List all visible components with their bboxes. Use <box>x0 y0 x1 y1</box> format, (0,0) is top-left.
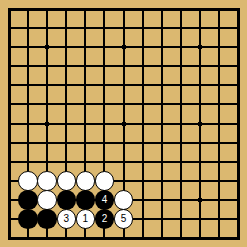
star-point <box>198 45 202 49</box>
move-number-label: 1 <box>83 214 89 224</box>
white-stone <box>37 190 57 210</box>
star-point <box>122 45 126 49</box>
black-stone: 2 <box>95 209 115 229</box>
white-stone <box>18 171 38 191</box>
white-stone <box>114 190 134 210</box>
star-point <box>198 122 202 126</box>
black-stone <box>76 190 96 210</box>
black-stone: 4 <box>95 190 115 210</box>
grid-line-vertical <box>218 9 220 238</box>
white-stone <box>76 171 96 191</box>
black-stone <box>18 209 38 229</box>
move-number-label: 3 <box>63 214 69 224</box>
grid-line-vertical <box>180 9 182 238</box>
white-stone <box>57 171 77 191</box>
white-stone: 3 <box>57 209 77 229</box>
white-stone <box>37 171 57 191</box>
black-stone <box>18 190 38 210</box>
star-point <box>45 122 49 126</box>
white-stone: 5 <box>114 209 134 229</box>
black-stone <box>57 190 77 210</box>
go-board-diagram: 43125 <box>0 0 247 247</box>
move-number-label: 5 <box>121 214 127 224</box>
grid-line-horizontal <box>9 161 238 163</box>
grid-line-vertical <box>142 9 144 238</box>
black-stone <box>37 209 57 229</box>
grid-line-horizontal <box>9 142 238 144</box>
white-stone: 1 <box>76 209 96 229</box>
grid-line-vertical <box>161 9 163 238</box>
white-stone <box>95 171 115 191</box>
star-point <box>122 122 126 126</box>
move-number-label: 2 <box>102 214 108 224</box>
star-point <box>45 45 49 49</box>
star-point <box>198 198 202 202</box>
move-number-label: 4 <box>102 195 108 205</box>
